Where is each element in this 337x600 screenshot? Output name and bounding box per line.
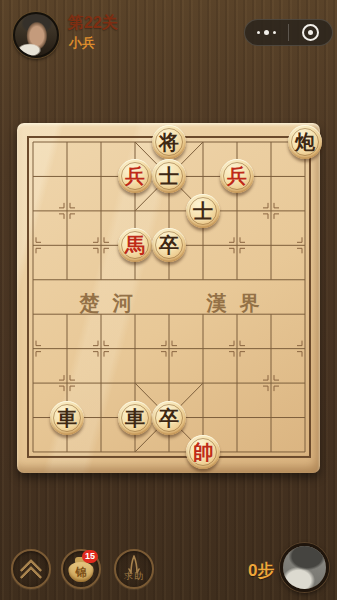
piece-character: 車	[57, 408, 77, 428]
piece-character: 帥	[193, 442, 213, 462]
piece-red-帥[interactable]: 帥	[186, 435, 220, 469]
piece-character: 卒	[159, 235, 179, 255]
piece-character: 馬	[125, 235, 145, 255]
top-bar: 第22关 小兵	[0, 0, 337, 72]
wechat-capsule	[244, 19, 333, 46]
piece-red-兵[interactable]: 兵	[118, 159, 152, 193]
piece-black-車[interactable]: 車	[118, 401, 152, 435]
hint-count-badge: 15	[82, 550, 98, 563]
record-circle-icon	[302, 24, 319, 41]
piece-character: 兵	[125, 166, 145, 186]
dot-icon	[264, 30, 269, 35]
more-button[interactable]	[245, 20, 288, 45]
help-label: 求助	[116, 570, 152, 583]
collapse-menu-button[interactable]	[11, 549, 51, 589]
player-avatar[interactable]	[13, 12, 59, 58]
piece-character: 士	[159, 166, 179, 186]
dot-icon	[257, 31, 260, 34]
ask-help-button[interactable]: 求助	[114, 549, 154, 589]
level-name: 小兵	[69, 34, 95, 52]
fist-avatar-button[interactable]	[280, 543, 329, 592]
piece-black-卒[interactable]: 卒	[152, 401, 186, 435]
app-screen: 第22关 小兵 楚河 漢界 将炮兵士兵士馬卒車車卒帥 锦 15	[0, 0, 337, 600]
piece-black-卒[interactable]: 卒	[152, 228, 186, 262]
piece-black-車[interactable]: 車	[50, 401, 84, 435]
bottom-bar: 锦 15 求助 0步	[0, 535, 337, 600]
level-number: 第22关	[68, 13, 118, 34]
piece-black-炮[interactable]: 炮	[288, 125, 322, 159]
piece-black-士[interactable]: 士	[186, 194, 220, 228]
piece-black-将[interactable]: 将	[152, 125, 186, 159]
piece-character: 炮	[295, 132, 315, 152]
dot-icon	[273, 31, 276, 34]
piece-character: 将	[159, 132, 179, 152]
xiangqi-board[interactable]: 楚河 漢界 将炮兵士兵士馬卒車車卒帥	[17, 123, 320, 473]
piece-red-兵[interactable]: 兵	[220, 159, 254, 193]
piece-character: 兵	[227, 166, 247, 186]
piece-character: 士	[193, 201, 213, 221]
bag-character: 锦	[76, 565, 87, 580]
piece-red-馬[interactable]: 馬	[118, 228, 152, 262]
piece-black-士[interactable]: 士	[152, 159, 186, 193]
exit-button[interactable]	[289, 20, 332, 45]
pieces-layer: 将炮兵士兵士馬卒車車卒帥	[17, 123, 320, 473]
piece-character: 卒	[159, 408, 179, 428]
fist-icon	[283, 546, 326, 589]
piece-character: 車	[125, 408, 145, 428]
move-counter: 0步	[248, 559, 274, 582]
